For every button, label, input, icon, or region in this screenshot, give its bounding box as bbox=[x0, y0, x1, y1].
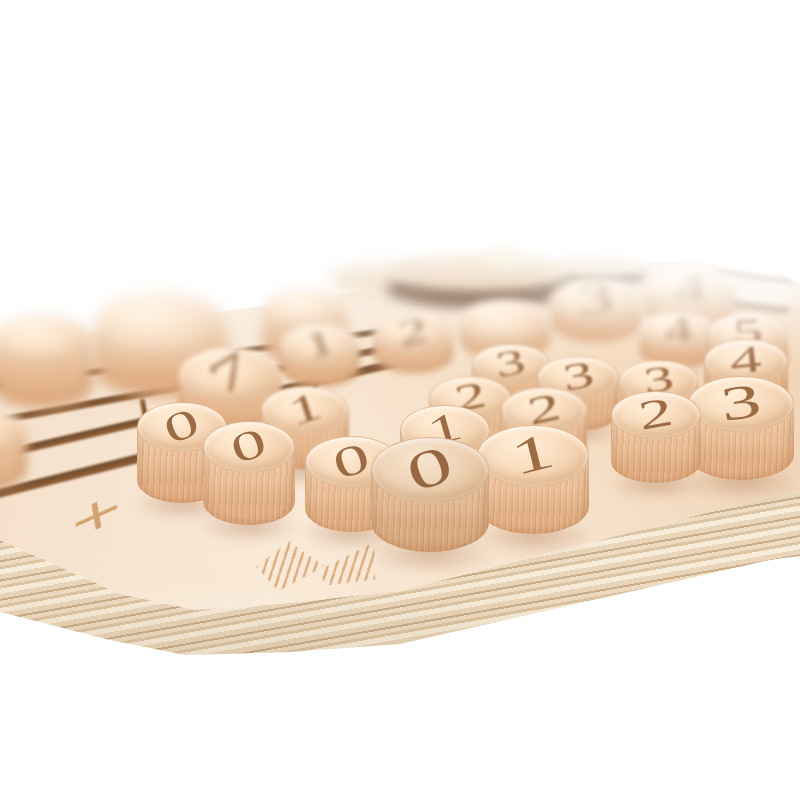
number-piece-0[interactable]: 0 bbox=[203, 421, 295, 525]
engraved-digit: 4 bbox=[671, 265, 709, 309]
piece-top-face: 0 bbox=[371, 437, 489, 503]
piece-top-face: 2 bbox=[373, 313, 453, 353]
engraved-digit: 4 bbox=[662, 310, 694, 347]
engraved-digit: 0 bbox=[399, 435, 459, 500]
piece-top-face: 4 bbox=[645, 268, 735, 310]
number-piece-0[interactable]: 0 bbox=[371, 437, 489, 552]
engraved-digit: 1 bbox=[506, 425, 559, 484]
piece-top-face: 0 bbox=[203, 421, 295, 473]
number-piece-3[interactable]: 3 bbox=[688, 376, 794, 480]
bowtie-left-wing bbox=[254, 537, 327, 593]
number-piece-2[interactable]: 2 bbox=[611, 391, 701, 483]
piece-top-face bbox=[460, 299, 550, 345]
engraved-digit: 0 bbox=[225, 420, 272, 471]
piece-top-face: 1 bbox=[280, 323, 360, 367]
engraved-digit: 7 bbox=[200, 343, 257, 403]
engraved-digit: 1 bbox=[300, 322, 340, 366]
clock-knob bbox=[486, 247, 524, 268]
number-piece-1[interactable]: 1 bbox=[280, 323, 360, 387]
engraved-digit: 2 bbox=[635, 390, 676, 436]
piece-top-face: 2 bbox=[611, 391, 701, 439]
piece-top-face: 3 bbox=[688, 376, 794, 432]
clock-face bbox=[388, 252, 568, 290]
engraved-digit: 2 bbox=[394, 311, 431, 352]
piece-top-face: 3 bbox=[550, 278, 642, 322]
clock-hand-disc bbox=[547, 256, 645, 276]
number-piece-blank[interactable] bbox=[0, 314, 92, 408]
piece-top-face: 1 bbox=[477, 425, 589, 487]
engraved-digit: 3 bbox=[576, 275, 616, 321]
photo-scene: + 0000111222333345734124 bbox=[0, 0, 800, 800]
number-piece-1[interactable]: 1 bbox=[477, 425, 589, 534]
number-piece-blank[interactable] bbox=[0, 408, 27, 490]
engraved-digit: 0 bbox=[158, 400, 205, 451]
engraved-digit: 3 bbox=[718, 376, 764, 429]
number-piece-2[interactable]: 2 bbox=[373, 313, 453, 373]
engraved-digit: 0 bbox=[328, 435, 375, 486]
number-piece-3[interactable]: 3 bbox=[550, 278, 642, 342]
